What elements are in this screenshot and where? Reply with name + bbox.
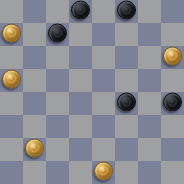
square-c1[interactable]	[46, 161, 69, 184]
square-h4[interactable]	[161, 92, 184, 115]
square-a1[interactable]	[0, 161, 23, 184]
square-c7[interactable]	[46, 23, 69, 46]
square-g6[interactable]	[138, 46, 161, 69]
square-e1[interactable]	[92, 161, 115, 184]
white-man-piece[interactable]	[2, 24, 21, 43]
square-b1[interactable]	[23, 161, 46, 184]
white-man-piece[interactable]	[25, 139, 44, 158]
square-d7[interactable]	[69, 23, 92, 46]
square-d8[interactable]	[69, 0, 92, 23]
square-c6[interactable]	[46, 46, 69, 69]
square-e3[interactable]	[92, 115, 115, 138]
square-g7[interactable]	[138, 23, 161, 46]
square-g5[interactable]	[138, 69, 161, 92]
square-a7[interactable]	[0, 23, 23, 46]
square-a6[interactable]	[0, 46, 23, 69]
square-b3[interactable]	[23, 115, 46, 138]
square-e2[interactable]	[92, 138, 115, 161]
square-d1[interactable]	[69, 161, 92, 184]
square-c2[interactable]	[46, 138, 69, 161]
square-a4[interactable]	[0, 92, 23, 115]
square-h1[interactable]	[161, 161, 184, 184]
square-h6[interactable]	[161, 46, 184, 69]
black-man-piece[interactable]	[163, 93, 182, 112]
square-f5[interactable]	[115, 69, 138, 92]
square-a5[interactable]	[0, 69, 23, 92]
white-man-piece[interactable]	[2, 70, 21, 89]
square-b2[interactable]	[23, 138, 46, 161]
black-man-piece[interactable]	[71, 1, 90, 20]
square-c5[interactable]	[46, 69, 69, 92]
square-e5[interactable]	[92, 69, 115, 92]
square-e7[interactable]	[92, 23, 115, 46]
black-man-piece[interactable]	[48, 24, 67, 43]
square-h5[interactable]	[161, 69, 184, 92]
square-f4[interactable]	[115, 92, 138, 115]
square-c4[interactable]	[46, 92, 69, 115]
square-d4[interactable]	[69, 92, 92, 115]
checkers-board	[0, 0, 184, 184]
black-man-piece[interactable]	[117, 1, 136, 20]
square-h3[interactable]	[161, 115, 184, 138]
black-man-piece[interactable]	[117, 93, 136, 112]
square-b8[interactable]	[23, 0, 46, 23]
square-h2[interactable]	[161, 138, 184, 161]
square-f2[interactable]	[115, 138, 138, 161]
square-g4[interactable]	[138, 92, 161, 115]
square-c8[interactable]	[46, 0, 69, 23]
square-d6[interactable]	[69, 46, 92, 69]
white-man-piece[interactable]	[163, 47, 182, 66]
square-h8[interactable]	[161, 0, 184, 23]
square-b5[interactable]	[23, 69, 46, 92]
white-man-piece[interactable]	[94, 162, 113, 181]
square-c3[interactable]	[46, 115, 69, 138]
square-a3[interactable]	[0, 115, 23, 138]
square-f7[interactable]	[115, 23, 138, 46]
square-f6[interactable]	[115, 46, 138, 69]
square-g8[interactable]	[138, 0, 161, 23]
square-b6[interactable]	[23, 46, 46, 69]
square-f3[interactable]	[115, 115, 138, 138]
square-a2[interactable]	[0, 138, 23, 161]
square-h7[interactable]	[161, 23, 184, 46]
square-g1[interactable]	[138, 161, 161, 184]
square-d2[interactable]	[69, 138, 92, 161]
square-g3[interactable]	[138, 115, 161, 138]
square-b7[interactable]	[23, 23, 46, 46]
square-f1[interactable]	[115, 161, 138, 184]
square-e6[interactable]	[92, 46, 115, 69]
square-d5[interactable]	[69, 69, 92, 92]
square-e8[interactable]	[92, 0, 115, 23]
square-b4[interactable]	[23, 92, 46, 115]
square-a8[interactable]	[0, 0, 23, 23]
square-d3[interactable]	[69, 115, 92, 138]
square-e4[interactable]	[92, 92, 115, 115]
square-g2[interactable]	[138, 138, 161, 161]
square-f8[interactable]	[115, 0, 138, 23]
